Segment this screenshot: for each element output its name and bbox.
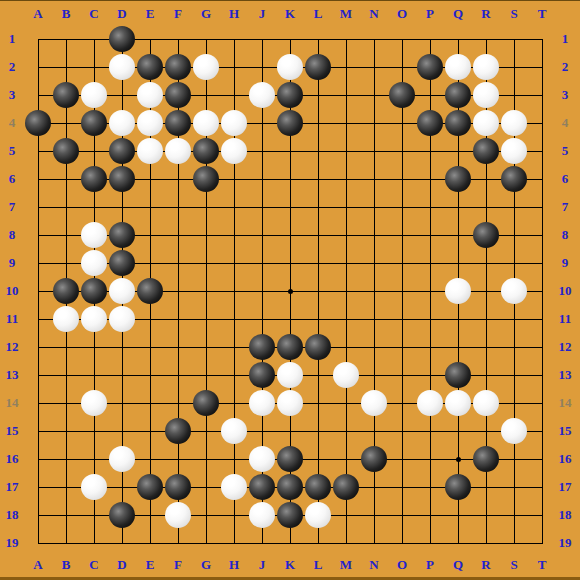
grid-line <box>402 39 403 544</box>
column-label-top: R <box>476 5 496 23</box>
row-label-left: 17 <box>0 478 24 496</box>
row-label-left: 19 <box>0 534 24 552</box>
stone-black-B10 <box>53 278 79 304</box>
stone-black-F15 <box>165 418 191 444</box>
stone-black-C6 <box>81 166 107 192</box>
stone-black-D18 <box>109 502 135 528</box>
column-label-top: C <box>84 5 104 23</box>
stone-black-K12 <box>277 334 303 360</box>
stone-black-G5 <box>193 138 219 164</box>
stone-black-E2 <box>137 54 163 80</box>
column-label-top: O <box>392 5 412 23</box>
stone-black-N16 <box>361 446 387 472</box>
grid-line <box>542 39 543 544</box>
row-label-left: 13 <box>0 366 24 384</box>
row-label-right: 1 <box>552 30 578 48</box>
stone-black-L17 <box>305 474 331 500</box>
stone-white-J16 <box>249 446 275 472</box>
row-label-right: 5 <box>552 142 578 160</box>
stone-black-R5 <box>473 138 499 164</box>
stone-black-Q4 <box>445 110 471 136</box>
row-label-left: 2 <box>0 58 24 76</box>
stone-white-C3 <box>81 82 107 108</box>
column-label-bottom: D <box>112 556 132 574</box>
row-label-right: 13 <box>552 366 578 384</box>
column-label-top: B <box>56 5 76 23</box>
grid-line <box>38 543 543 544</box>
stone-black-L12 <box>305 334 331 360</box>
stone-black-D6 <box>109 166 135 192</box>
column-label-top: E <box>140 5 160 23</box>
row-label-right: 14 <box>552 394 578 412</box>
column-label-bottom: Q <box>448 556 468 574</box>
column-label-top: K <box>280 5 300 23</box>
stone-black-O3 <box>389 82 415 108</box>
column-label-bottom: B <box>56 556 76 574</box>
stone-black-K3 <box>277 82 303 108</box>
row-label-left: 6 <box>0 170 24 188</box>
stone-black-L2 <box>305 54 331 80</box>
stone-black-S6 <box>501 166 527 192</box>
column-label-top: P <box>420 5 440 23</box>
stone-white-B11 <box>53 306 79 332</box>
stone-white-J3 <box>249 82 275 108</box>
stone-black-F2 <box>165 54 191 80</box>
column-label-top: L <box>308 5 328 23</box>
stone-black-K4 <box>277 110 303 136</box>
row-label-left: 5 <box>0 142 24 160</box>
column-label-top: M <box>336 5 356 23</box>
stone-white-M13 <box>333 362 359 388</box>
row-label-left: 12 <box>0 338 24 356</box>
stone-white-G4 <box>193 110 219 136</box>
stone-black-D1 <box>109 26 135 52</box>
stone-black-Q3 <box>445 82 471 108</box>
stone-black-B5 <box>53 138 79 164</box>
stone-white-S5 <box>501 138 527 164</box>
stone-white-Q2 <box>445 54 471 80</box>
grid-line <box>346 39 347 544</box>
stone-black-C10 <box>81 278 107 304</box>
stone-white-C14 <box>81 390 107 416</box>
column-label-top: N <box>364 5 384 23</box>
stone-white-E3 <box>137 82 163 108</box>
column-label-bottom: C <box>84 556 104 574</box>
column-label-top: A <box>28 5 48 23</box>
stone-white-N14 <box>361 390 387 416</box>
row-label-right: 3 <box>552 86 578 104</box>
stone-white-J18 <box>249 502 275 528</box>
column-label-bottom: E <box>140 556 160 574</box>
column-label-bottom: O <box>392 556 412 574</box>
stone-black-F4 <box>165 110 191 136</box>
stone-white-R2 <box>473 54 499 80</box>
stone-white-D4 <box>109 110 135 136</box>
stone-black-R8 <box>473 222 499 248</box>
stone-black-K16 <box>277 446 303 472</box>
column-label-bottom: L <box>308 556 328 574</box>
row-label-left: 3 <box>0 86 24 104</box>
stone-white-R3 <box>473 82 499 108</box>
go-board-window: AABBCCDDEEFFGGHHJJKKLLMMNNOOPPQQRRSSTT11… <box>0 0 580 580</box>
row-label-right: 8 <box>552 226 578 244</box>
column-label-bottom: S <box>504 556 524 574</box>
stone-white-C17 <box>81 474 107 500</box>
stone-white-P14 <box>417 390 443 416</box>
stone-black-F17 <box>165 474 191 500</box>
stone-black-E10 <box>137 278 163 304</box>
row-label-right: 12 <box>552 338 578 356</box>
column-label-top: T <box>532 5 552 23</box>
column-label-bottom: N <box>364 556 384 574</box>
stone-black-A4 <box>25 110 51 136</box>
column-label-top: G <box>196 5 216 23</box>
row-label-right: 16 <box>552 450 578 468</box>
row-label-right: 2 <box>552 58 578 76</box>
stone-black-P4 <box>417 110 443 136</box>
stone-black-G6 <box>193 166 219 192</box>
row-label-right: 6 <box>552 170 578 188</box>
stone-black-Q17 <box>445 474 471 500</box>
row-label-left: 10 <box>0 282 24 300</box>
row-label-left: 16 <box>0 450 24 468</box>
row-label-right: 11 <box>552 310 578 328</box>
stone-white-D16 <box>109 446 135 472</box>
stone-white-Q10 <box>445 278 471 304</box>
stone-black-D8 <box>109 222 135 248</box>
stone-white-R14 <box>473 390 499 416</box>
column-label-bottom: A <box>28 556 48 574</box>
board-surface[interactable]: AABBCCDDEEFFGGHHJJKKLLMMNNOOPPQQRRSSTT11… <box>0 1 580 577</box>
star-point-K10 <box>288 289 293 294</box>
column-label-bottom: P <box>420 556 440 574</box>
column-label-top: H <box>224 5 244 23</box>
stone-black-R16 <box>473 446 499 472</box>
stone-white-Q14 <box>445 390 471 416</box>
column-label-top: F <box>168 5 188 23</box>
stone-white-F5 <box>165 138 191 164</box>
row-label-left: 18 <box>0 506 24 524</box>
column-label-bottom: G <box>196 556 216 574</box>
stone-white-E5 <box>137 138 163 164</box>
row-label-right: 17 <box>552 478 578 496</box>
stone-white-C11 <box>81 306 107 332</box>
stone-white-R4 <box>473 110 499 136</box>
stone-white-H5 <box>221 138 247 164</box>
stone-white-C8 <box>81 222 107 248</box>
column-label-bottom: K <box>280 556 300 574</box>
stone-black-B3 <box>53 82 79 108</box>
stone-black-G14 <box>193 390 219 416</box>
grid-line <box>318 39 319 544</box>
row-label-left: 4 <box>0 114 24 132</box>
column-label-top: J <box>252 5 272 23</box>
column-label-bottom: H <box>224 556 244 574</box>
stone-black-J13 <box>249 362 275 388</box>
stone-white-L18 <box>305 502 331 528</box>
stone-white-F18 <box>165 502 191 528</box>
column-label-bottom: T <box>532 556 552 574</box>
stone-black-D9 <box>109 250 135 276</box>
column-label-bottom: M <box>336 556 356 574</box>
stone-white-S4 <box>501 110 527 136</box>
column-label-top: S <box>504 5 524 23</box>
stone-white-H4 <box>221 110 247 136</box>
stone-black-J17 <box>249 474 275 500</box>
stone-white-H15 <box>221 418 247 444</box>
stone-black-C4 <box>81 110 107 136</box>
stone-black-K17 <box>277 474 303 500</box>
row-label-right: 7 <box>552 198 578 216</box>
stone-white-G2 <box>193 54 219 80</box>
stone-white-D2 <box>109 54 135 80</box>
stone-white-E4 <box>137 110 163 136</box>
stone-black-D5 <box>109 138 135 164</box>
column-label-bottom: R <box>476 556 496 574</box>
row-label-right: 18 <box>552 506 578 524</box>
stone-black-P2 <box>417 54 443 80</box>
stone-white-K14 <box>277 390 303 416</box>
row-label-left: 11 <box>0 310 24 328</box>
stone-white-H17 <box>221 474 247 500</box>
stone-black-Q13 <box>445 362 471 388</box>
column-label-bottom: J <box>252 556 272 574</box>
stone-black-M17 <box>333 474 359 500</box>
row-label-left: 7 <box>0 198 24 216</box>
star-point-Q16 <box>456 457 461 462</box>
grid-line <box>38 431 543 432</box>
row-label-left: 8 <box>0 226 24 244</box>
column-label-top: D <box>112 5 132 23</box>
row-label-right: 10 <box>552 282 578 300</box>
row-label-left: 14 <box>0 394 24 412</box>
stone-white-J14 <box>249 390 275 416</box>
stone-black-K18 <box>277 502 303 528</box>
column-label-top: Q <box>448 5 468 23</box>
stone-white-K13 <box>277 362 303 388</box>
row-label-right: 4 <box>552 114 578 132</box>
stone-black-E17 <box>137 474 163 500</box>
stone-white-D11 <box>109 306 135 332</box>
row-label-left: 1 <box>0 30 24 48</box>
column-label-bottom: F <box>168 556 188 574</box>
row-label-right: 19 <box>552 534 578 552</box>
row-label-left: 9 <box>0 254 24 272</box>
stone-white-C9 <box>81 250 107 276</box>
stone-white-S15 <box>501 418 527 444</box>
row-label-left: 15 <box>0 422 24 440</box>
stone-black-Q6 <box>445 166 471 192</box>
row-label-right: 15 <box>552 422 578 440</box>
stone-white-S10 <box>501 278 527 304</box>
stone-white-D10 <box>109 278 135 304</box>
stone-black-J12 <box>249 334 275 360</box>
stone-black-F3 <box>165 82 191 108</box>
row-label-right: 9 <box>552 254 578 272</box>
stone-white-K2 <box>277 54 303 80</box>
